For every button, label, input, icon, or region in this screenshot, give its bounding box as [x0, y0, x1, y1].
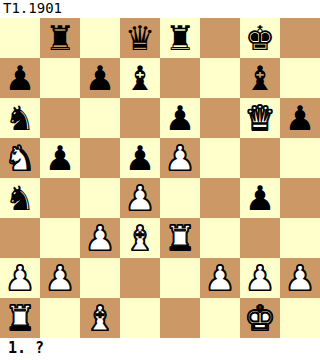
square-h3[interactable]	[280, 218, 320, 258]
piece-white-pawn[interactable]: ♟	[45, 258, 75, 298]
move-prompt: 1. ?	[0, 338, 320, 360]
square-a7[interactable]: ♟	[0, 58, 40, 98]
square-f4[interactable]	[200, 178, 240, 218]
piece-black-pawn[interactable]: ♟	[285, 98, 315, 138]
square-e8[interactable]: ♜	[160, 18, 200, 58]
square-d3[interactable]: ♝	[120, 218, 160, 258]
piece-black-rook[interactable]: ♜	[165, 18, 195, 58]
piece-white-bishop[interactable]: ♝	[125, 218, 155, 258]
piece-white-pawn[interactable]: ♟	[5, 258, 35, 298]
piece-black-pawn[interactable]: ♟	[125, 138, 155, 178]
square-c5[interactable]	[80, 138, 120, 178]
square-g1[interactable]: ♚	[240, 298, 280, 338]
square-f2[interactable]: ♟	[200, 258, 240, 298]
square-h4[interactable]	[280, 178, 320, 218]
piece-white-pawn[interactable]: ♟	[165, 138, 195, 178]
square-d2[interactable]	[120, 258, 160, 298]
puzzle-id: T1.1901	[0, 0, 320, 18]
chess-board: ♜♛♜♚♟♟♝♝♞♟♛♟♞♟♟♟♞♟♟♟♝♜♟♟♟♟♟♜♝♚	[0, 18, 320, 338]
square-c4[interactable]	[80, 178, 120, 218]
piece-black-knight[interactable]: ♞	[5, 178, 35, 218]
square-d5[interactable]: ♟	[120, 138, 160, 178]
square-b7[interactable]	[40, 58, 80, 98]
square-g3[interactable]	[240, 218, 280, 258]
square-g2[interactable]: ♟	[240, 258, 280, 298]
square-h7[interactable]	[280, 58, 320, 98]
square-h5[interactable]	[280, 138, 320, 178]
piece-white-pawn[interactable]: ♟	[245, 258, 275, 298]
square-a6[interactable]: ♞	[0, 98, 40, 138]
square-b8[interactable]: ♜	[40, 18, 80, 58]
piece-white-pawn[interactable]: ♟	[85, 218, 115, 258]
square-a5[interactable]: ♞	[0, 138, 40, 178]
piece-black-pawn[interactable]: ♟	[45, 138, 75, 178]
piece-white-pawn[interactable]: ♟	[125, 178, 155, 218]
square-d7[interactable]: ♝	[120, 58, 160, 98]
piece-white-rook[interactable]: ♜	[5, 298, 35, 338]
square-e7[interactable]	[160, 58, 200, 98]
piece-white-knight[interactable]: ♞	[5, 138, 35, 178]
square-c1[interactable]: ♝	[80, 298, 120, 338]
square-a8[interactable]	[0, 18, 40, 58]
square-c8[interactable]	[80, 18, 120, 58]
square-h1[interactable]	[280, 298, 320, 338]
square-a3[interactable]	[0, 218, 40, 258]
square-d4[interactable]: ♟	[120, 178, 160, 218]
square-b3[interactable]	[40, 218, 80, 258]
square-g4[interactable]: ♟	[240, 178, 280, 218]
square-f8[interactable]	[200, 18, 240, 58]
piece-black-knight[interactable]: ♞	[5, 98, 35, 138]
piece-black-bishop[interactable]: ♝	[245, 58, 275, 98]
piece-black-pawn[interactable]: ♟	[85, 58, 115, 98]
square-f1[interactable]	[200, 298, 240, 338]
square-g6[interactable]: ♛	[240, 98, 280, 138]
square-c7[interactable]: ♟	[80, 58, 120, 98]
piece-white-pawn[interactable]: ♟	[205, 258, 235, 298]
square-f5[interactable]	[200, 138, 240, 178]
square-e5[interactable]: ♟	[160, 138, 200, 178]
square-d1[interactable]	[120, 298, 160, 338]
piece-white-king[interactable]: ♚	[245, 298, 275, 338]
square-h8[interactable]	[280, 18, 320, 58]
piece-black-pawn[interactable]: ♟	[165, 98, 195, 138]
square-e4[interactable]	[160, 178, 200, 218]
square-f3[interactable]	[200, 218, 240, 258]
square-f7[interactable]	[200, 58, 240, 98]
piece-white-rook[interactable]: ♜	[165, 218, 195, 258]
square-h2[interactable]: ♟	[280, 258, 320, 298]
square-f6[interactable]	[200, 98, 240, 138]
piece-black-bishop[interactable]: ♝	[125, 58, 155, 98]
piece-white-pawn[interactable]: ♟	[285, 258, 315, 298]
piece-black-pawn[interactable]: ♟	[245, 178, 275, 218]
square-e1[interactable]	[160, 298, 200, 338]
piece-black-king[interactable]: ♚	[245, 18, 275, 58]
square-g5[interactable]	[240, 138, 280, 178]
square-c3[interactable]: ♟	[80, 218, 120, 258]
square-a1[interactable]: ♜	[0, 298, 40, 338]
piece-black-queen[interactable]: ♛	[125, 18, 155, 58]
square-g7[interactable]: ♝	[240, 58, 280, 98]
square-c6[interactable]	[80, 98, 120, 138]
piece-black-rook[interactable]: ♜	[45, 18, 75, 58]
piece-black-pawn[interactable]: ♟	[5, 58, 35, 98]
square-e2[interactable]	[160, 258, 200, 298]
square-b5[interactable]: ♟	[40, 138, 80, 178]
square-e3[interactable]: ♜	[160, 218, 200, 258]
piece-white-queen[interactable]: ♛	[245, 98, 275, 138]
square-d8[interactable]: ♛	[120, 18, 160, 58]
square-b4[interactable]	[40, 178, 80, 218]
piece-white-bishop[interactable]: ♝	[85, 298, 115, 338]
square-b2[interactable]: ♟	[40, 258, 80, 298]
square-g8[interactable]: ♚	[240, 18, 280, 58]
square-e6[interactable]: ♟	[160, 98, 200, 138]
square-h6[interactable]: ♟	[280, 98, 320, 138]
square-c2[interactable]	[80, 258, 120, 298]
square-a2[interactable]: ♟	[0, 258, 40, 298]
square-a4[interactable]: ♞	[0, 178, 40, 218]
square-b1[interactable]	[40, 298, 80, 338]
square-d6[interactable]	[120, 98, 160, 138]
square-b6[interactable]	[40, 98, 80, 138]
